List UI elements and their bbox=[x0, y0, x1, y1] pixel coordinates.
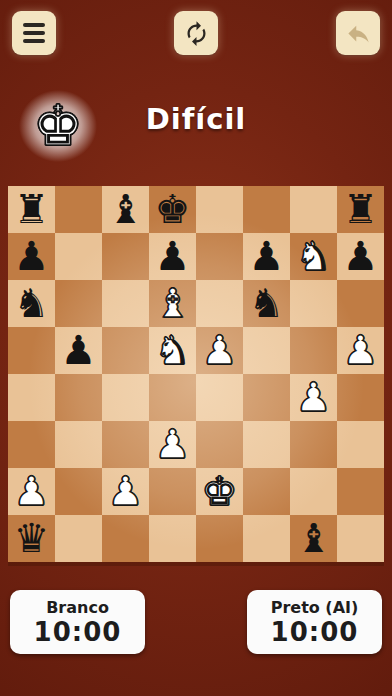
square-e7[interactable] bbox=[196, 233, 243, 280]
white-pawn: ♟ bbox=[296, 374, 332, 421]
square-b4[interactable] bbox=[55, 374, 102, 421]
square-b6[interactable] bbox=[55, 280, 102, 327]
black-bishop: ♝ bbox=[296, 515, 332, 562]
black-pawn: ♟ bbox=[155, 233, 191, 280]
square-g4[interactable]: ♟ bbox=[290, 374, 337, 421]
square-h2[interactable] bbox=[337, 468, 384, 515]
square-h5[interactable]: ♟ bbox=[337, 327, 384, 374]
black-clock-label: Preto (AI) bbox=[271, 598, 359, 618]
square-d8[interactable]: ♚ bbox=[149, 186, 196, 233]
square-d1[interactable] bbox=[149, 515, 196, 562]
square-b3[interactable] bbox=[55, 421, 102, 468]
square-a6[interactable]: ♞ bbox=[8, 280, 55, 327]
black-knight: ♞ bbox=[14, 280, 50, 327]
square-c7[interactable] bbox=[102, 233, 149, 280]
black-pawn: ♟ bbox=[343, 233, 379, 280]
square-b5[interactable]: ♟ bbox=[55, 327, 102, 374]
square-g1[interactable]: ♝ bbox=[290, 515, 337, 562]
square-f7[interactable]: ♟ bbox=[243, 233, 290, 280]
square-a2[interactable]: ♟ bbox=[8, 468, 55, 515]
white-bishop: ♝ bbox=[155, 280, 191, 327]
square-b7[interactable] bbox=[55, 233, 102, 280]
square-e5[interactable]: ♟ bbox=[196, 327, 243, 374]
square-c5[interactable] bbox=[102, 327, 149, 374]
white-clock: Branco 10:00 bbox=[10, 590, 145, 654]
square-c8[interactable]: ♝ bbox=[102, 186, 149, 233]
menu-icon bbox=[23, 23, 45, 43]
square-g7[interactable]: ♞ bbox=[290, 233, 337, 280]
black-rook: ♜ bbox=[343, 186, 379, 233]
square-f4[interactable] bbox=[243, 374, 290, 421]
chess-board-wrap: ♜♝♚♜♟♟♟♞♟♞♝♞♟♞♟♟♟♟♟♟♚♛♝ bbox=[8, 186, 384, 562]
square-f6[interactable]: ♞ bbox=[243, 280, 290, 327]
square-b2[interactable] bbox=[55, 468, 102, 515]
square-e8[interactable] bbox=[196, 186, 243, 233]
black-pawn: ♟ bbox=[14, 233, 50, 280]
white-pawn: ♟ bbox=[108, 468, 144, 515]
black-king: ♚ bbox=[155, 186, 191, 233]
square-d3[interactable]: ♟ bbox=[149, 421, 196, 468]
black-knight: ♞ bbox=[249, 280, 285, 327]
square-g2[interactable] bbox=[290, 468, 337, 515]
square-d6[interactable]: ♝ bbox=[149, 280, 196, 327]
square-g8[interactable] bbox=[290, 186, 337, 233]
square-e2[interactable]: ♚ bbox=[196, 468, 243, 515]
square-e1[interactable] bbox=[196, 515, 243, 562]
square-d5[interactable]: ♞ bbox=[149, 327, 196, 374]
square-a1[interactable]: ♛ bbox=[8, 515, 55, 562]
square-h8[interactable]: ♜ bbox=[337, 186, 384, 233]
square-d7[interactable]: ♟ bbox=[149, 233, 196, 280]
square-g3[interactable] bbox=[290, 421, 337, 468]
white-clock-label: Branco bbox=[46, 598, 109, 618]
black-queen: ♛ bbox=[14, 515, 50, 562]
square-f1[interactable] bbox=[243, 515, 290, 562]
square-h7[interactable]: ♟ bbox=[337, 233, 384, 280]
square-a8[interactable]: ♜ bbox=[8, 186, 55, 233]
square-a3[interactable] bbox=[8, 421, 55, 468]
white-pawn: ♟ bbox=[14, 468, 50, 515]
square-g5[interactable] bbox=[290, 327, 337, 374]
square-b1[interactable] bbox=[55, 515, 102, 562]
white-king: ♚ bbox=[202, 468, 238, 515]
square-f5[interactable] bbox=[243, 327, 290, 374]
square-f8[interactable] bbox=[243, 186, 290, 233]
square-g6[interactable] bbox=[290, 280, 337, 327]
square-h1[interactable] bbox=[337, 515, 384, 562]
page-title: Difícil bbox=[0, 102, 392, 136]
undo-icon bbox=[345, 20, 372, 47]
black-pawn: ♟ bbox=[249, 233, 285, 280]
square-a7[interactable]: ♟ bbox=[8, 233, 55, 280]
square-c2[interactable]: ♟ bbox=[102, 468, 149, 515]
square-a4[interactable] bbox=[8, 374, 55, 421]
refresh-icon bbox=[183, 20, 210, 47]
black-bishop: ♝ bbox=[108, 186, 144, 233]
square-e6[interactable] bbox=[196, 280, 243, 327]
square-d4[interactable] bbox=[149, 374, 196, 421]
square-a5[interactable] bbox=[8, 327, 55, 374]
chess-board: ♜♝♚♜♟♟♟♞♟♞♝♞♟♞♟♟♟♟♟♟♚♛♝ bbox=[8, 186, 384, 562]
black-clock-time: 10:00 bbox=[271, 618, 359, 646]
square-f2[interactable] bbox=[243, 468, 290, 515]
white-clock-time: 10:00 bbox=[34, 618, 122, 646]
white-pawn: ♟ bbox=[155, 421, 191, 468]
square-e3[interactable] bbox=[196, 421, 243, 468]
square-c1[interactable] bbox=[102, 515, 149, 562]
square-c6[interactable] bbox=[102, 280, 149, 327]
square-h3[interactable] bbox=[337, 421, 384, 468]
square-e4[interactable] bbox=[196, 374, 243, 421]
square-c4[interactable] bbox=[102, 374, 149, 421]
square-f3[interactable] bbox=[243, 421, 290, 468]
square-c3[interactable] bbox=[102, 421, 149, 468]
white-knight: ♞ bbox=[296, 233, 332, 280]
square-b8[interactable] bbox=[55, 186, 102, 233]
black-clock: Preto (AI) 10:00 bbox=[247, 590, 382, 654]
refresh-button[interactable] bbox=[174, 11, 218, 55]
square-d2[interactable] bbox=[149, 468, 196, 515]
black-rook: ♜ bbox=[14, 186, 50, 233]
white-pawn: ♟ bbox=[343, 327, 379, 374]
white-pawn: ♟ bbox=[202, 327, 238, 374]
difficulty-header: ♚ Difícil bbox=[0, 88, 392, 164]
black-pawn: ♟ bbox=[61, 327, 97, 374]
square-h6[interactable] bbox=[337, 280, 384, 327]
square-h4[interactable] bbox=[337, 374, 384, 421]
menu-button[interactable] bbox=[12, 11, 56, 55]
white-knight: ♞ bbox=[155, 327, 191, 374]
undo-button[interactable] bbox=[336, 11, 380, 55]
